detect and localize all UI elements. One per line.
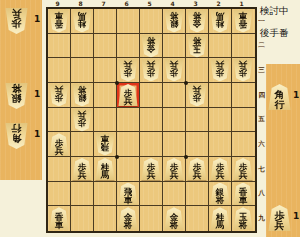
cell-7-5[interactable] — [94, 108, 117, 133]
rank-label-4: 四 — [257, 83, 266, 108]
piece-kanji: 金将 — [170, 213, 179, 230]
cell-7-6[interactable]: 飛車 — [94, 132, 117, 157]
cell-9-1[interactable]: 香車 — [48, 9, 71, 34]
cell-4-4[interactable] — [163, 83, 186, 108]
cell-1-8[interactable]: 香車 — [232, 182, 255, 207]
piece-kanji: 歩兵 — [55, 84, 64, 101]
file-label-8: 8 — [69, 0, 92, 7]
piece-gote-king[interactable]: 玉将 — [187, 35, 207, 58]
cell-8-2[interactable] — [71, 34, 94, 59]
file-label-5: 5 — [138, 0, 161, 7]
piece-gote-gold[interactable]: 金将 — [141, 35, 161, 58]
cell-6-8[interactable]: 飛車 — [117, 182, 140, 207]
cell-7-4[interactable] — [94, 83, 117, 108]
piece-kanji: 歩兵 — [170, 59, 179, 76]
cell-7-1[interactable] — [94, 9, 117, 34]
piece-gote-pawn[interactable]: 歩兵 — [72, 109, 92, 132]
board-grid: 香車桂馬銀将金将桂馬香車金将玉将歩兵歩兵歩兵歩兵歩兵歩兵銀将歩兵歩兵歩兵歩兵飛車… — [48, 9, 255, 231]
cell-3-3[interactable] — [186, 58, 209, 83]
piece-kanji: 桂馬 — [216, 213, 225, 230]
cell-9-9[interactable]: 香車 — [48, 206, 71, 231]
cell-2-4[interactable] — [209, 83, 232, 108]
cell-2-8[interactable]: 銀将 — [209, 182, 232, 207]
piece-kanji: 金将 — [124, 213, 133, 230]
piece-kanji: 歩兵 — [239, 59, 248, 76]
sente-hand-bishop[interactable]: 角行1 — [266, 83, 300, 111]
cell-3-7[interactable]: 歩兵 — [186, 157, 209, 182]
cell-2-9[interactable]: 桂馬 — [209, 206, 232, 231]
piece-gote-pawn[interactable]: 歩兵 — [49, 84, 69, 107]
hand-count: 1 — [34, 89, 40, 99]
file-label-6: 6 — [115, 0, 138, 7]
file-label-4: 4 — [161, 0, 184, 7]
cell-3-8[interactable] — [186, 182, 209, 207]
cell-4-5[interactable] — [163, 108, 186, 133]
cell-6-4[interactable]: 歩兵 — [117, 83, 140, 108]
piece-kanji: 歩兵 — [216, 59, 225, 76]
cell-8-4[interactable]: 銀将 — [71, 83, 94, 108]
piece-kanji: 歩兵 — [239, 163, 248, 180]
piece-kanji: 桂馬 — [78, 10, 87, 27]
cell-5-7[interactable]: 歩兵 — [140, 157, 163, 182]
file-label-1: 1 — [230, 0, 253, 7]
cell-8-5[interactable]: 歩兵 — [71, 108, 94, 133]
piece-kanji: 飛車 — [101, 133, 110, 150]
sente-captured-tray: 角行1歩兵1 — [266, 64, 300, 237]
piece-gote-pawn[interactable]: 歩兵 — [5, 8, 28, 34]
piece-gote-lance[interactable]: 香車 — [233, 10, 253, 33]
cell-3-4[interactable]: 歩兵 — [186, 83, 209, 108]
cell-6-2[interactable] — [117, 34, 140, 59]
cell-8-9[interactable] — [71, 206, 94, 231]
cell-1-1[interactable]: 香車 — [232, 9, 255, 34]
piece-sente-gold[interactable]: 金将 — [118, 207, 138, 230]
cell-9-6[interactable]: 歩兵 — [48, 132, 71, 157]
cell-6-7[interactable] — [117, 157, 140, 182]
cell-4-7[interactable]: 歩兵 — [163, 157, 186, 182]
cell-8-6[interactable] — [71, 132, 94, 157]
piece-sente-pawn[interactable]: 歩兵 — [72, 158, 92, 181]
cell-4-2[interactable] — [163, 34, 186, 59]
piece-gote-pawn[interactable]: 歩兵 — [164, 59, 184, 82]
cell-2-1[interactable]: 桂馬 — [209, 9, 232, 34]
piece-kanji: 飛車 — [124, 188, 133, 205]
rank-label-5: 五 — [257, 108, 266, 133]
cell-8-3[interactable] — [71, 58, 94, 83]
piece-kanji: 香車 — [55, 213, 64, 230]
piece-sente-silver[interactable]: 銀将 — [210, 183, 230, 206]
hoshi-dot — [184, 155, 188, 159]
piece-sente-lance[interactable]: 香車 — [49, 207, 69, 230]
status-turn: 後手番 — [260, 27, 300, 39]
cell-4-3[interactable]: 歩兵 — [163, 58, 186, 83]
cell-1-6[interactable] — [232, 132, 255, 157]
piece-kanji: 香車 — [55, 10, 64, 27]
cell-9-7[interactable] — [48, 157, 71, 182]
hand-count: 1 — [34, 14, 40, 24]
cell-2-3[interactable]: 歩兵 — [209, 58, 232, 83]
cell-2-5[interactable] — [209, 108, 232, 133]
piece-kanji: 歩兵 — [216, 163, 225, 180]
piece-sente-gold[interactable]: 金将 — [164, 207, 184, 230]
cell-2-2[interactable] — [209, 34, 232, 59]
piece-gote-pawn[interactable]: 歩兵 — [233, 59, 253, 82]
cell-1-3[interactable]: 歩兵 — [232, 58, 255, 83]
piece-kanji: 金将 — [147, 35, 156, 52]
cell-5-1[interactable] — [140, 9, 163, 34]
piece-kanji: 桂馬 — [101, 163, 110, 180]
cell-6-9[interactable]: 金将 — [117, 206, 140, 231]
gote-hand-pawn[interactable]: 歩兵1 — [0, 7, 42, 35]
piece-gote-silver[interactable]: 銀将 — [5, 83, 28, 109]
piece-gote-pawn[interactable]: 歩兵 — [118, 59, 138, 82]
piece-kanji: 銀将 — [170, 10, 179, 27]
piece-kanji: 歩兵 — [170, 163, 179, 180]
cell-5-8[interactable] — [140, 182, 163, 207]
file-label-3: 3 — [184, 0, 207, 7]
cell-9-2[interactable] — [48, 34, 71, 59]
cell-4-9[interactable]: 金将 — [163, 206, 186, 231]
piece-sente-rook[interactable]: 飛車 — [118, 183, 138, 206]
cell-6-1[interactable] — [117, 9, 140, 34]
hand-count: 1 — [34, 129, 40, 139]
cell-7-8[interactable] — [94, 182, 117, 207]
piece-kanji: 歩兵 — [275, 211, 285, 231]
hoshi-dot — [184, 81, 188, 85]
file-label-7: 7 — [92, 0, 115, 7]
gote-hand-silver[interactable]: 銀将1 — [0, 82, 42, 110]
hoshi-dot — [115, 81, 119, 85]
cell-3-6[interactable] — [186, 132, 209, 157]
cell-1-5[interactable] — [232, 108, 255, 133]
piece-sente-bishop[interactable]: 角行 — [268, 84, 291, 110]
cell-5-9[interactable] — [140, 206, 163, 231]
gote-captured-tray: 歩兵1銀将1角行1 — [0, 0, 42, 180]
sente-hand-pawn[interactable]: 歩兵1 — [266, 204, 300, 232]
cell-9-5[interactable] — [48, 108, 71, 133]
cell-1-7[interactable]: 歩兵 — [232, 157, 255, 182]
piece-kanji: 歩兵 — [78, 163, 87, 180]
cell-1-2[interactable] — [232, 34, 255, 59]
cell-6-6[interactable] — [117, 132, 140, 157]
cell-3-9[interactable] — [186, 206, 209, 231]
piece-kanji: 銀将 — [78, 84, 87, 101]
cell-4-8[interactable] — [163, 182, 186, 207]
piece-sente-pawn[interactable]: 歩兵 — [233, 158, 253, 181]
piece-sente-pawn[interactable]: 歩兵 — [49, 133, 69, 156]
piece-sente-pawn[interactable]: 歩兵 — [210, 158, 230, 181]
hoshi-dot — [115, 155, 119, 159]
piece-kanji: 玉将 — [239, 213, 248, 230]
piece-kanji: 角行 — [275, 90, 285, 110]
shogi-board: 香車桂馬銀将金将桂馬香車金将玉将歩兵歩兵歩兵歩兵歩兵歩兵銀将歩兵歩兵歩兵歩兵飛車… — [46, 7, 257, 233]
rank-label-7: 七 — [257, 157, 266, 182]
piece-kanji: 歩兵 — [124, 89, 133, 106]
piece-kanji: 歩兵 — [124, 59, 133, 76]
piece-gote-knight[interactable]: 桂馬 — [72, 10, 92, 33]
piece-kanji: 玉将 — [193, 35, 202, 52]
cell-3-1[interactable]: 金将 — [186, 9, 209, 34]
piece-kanji: 銀将 — [216, 188, 225, 205]
piece-gote-pawn[interactable]: 歩兵 — [187, 84, 207, 107]
piece-gote-pawn[interactable]: 歩兵 — [141, 59, 161, 82]
gote-hand-bishop[interactable]: 角行1 — [0, 122, 42, 150]
cell-9-4[interactable]: 歩兵 — [48, 83, 71, 108]
cell-6-3[interactable]: 歩兵 — [117, 58, 140, 83]
cell-9-8[interactable] — [48, 182, 71, 207]
cell-7-9[interactable] — [94, 206, 117, 231]
piece-kanji: 金将 — [193, 10, 202, 27]
file-label-2: 2 — [207, 0, 230, 7]
piece-gote-rook[interactable]: 飛車 — [95, 133, 115, 156]
piece-gote-gold[interactable]: 金将 — [187, 10, 207, 33]
piece-kanji: 角行 — [12, 123, 22, 143]
cell-5-2[interactable]: 金将 — [140, 34, 163, 59]
piece-gote-bishop[interactable]: 角行 — [5, 123, 28, 149]
piece-sente-lance[interactable]: 香車 — [233, 183, 253, 206]
cell-5-6[interactable] — [140, 132, 163, 157]
piece-kanji: 香車 — [239, 10, 248, 27]
cell-2-7[interactable]: 歩兵 — [209, 157, 232, 182]
piece-gote-lance[interactable]: 香車 — [49, 10, 69, 33]
piece-sente-king[interactable]: 玉将 — [233, 207, 253, 230]
cell-1-4[interactable] — [232, 83, 255, 108]
piece-gote-knight[interactable]: 桂馬 — [210, 10, 230, 33]
cell-3-5[interactable] — [186, 108, 209, 133]
hand-count: 1 — [293, 90, 299, 100]
cell-7-2[interactable] — [94, 34, 117, 59]
cell-8-7[interactable]: 歩兵 — [71, 157, 94, 182]
rank-label-9: 九 — [257, 206, 266, 231]
piece-kanji: 香車 — [239, 188, 248, 205]
piece-kanji: 銀将 — [12, 83, 22, 103]
piece-kanji: 歩兵 — [147, 59, 156, 76]
rank-label-8: 八 — [257, 182, 266, 207]
piece-kanji: 歩兵 — [193, 163, 202, 180]
cell-5-5[interactable] — [140, 108, 163, 133]
piece-sente-knight[interactable]: 桂馬 — [210, 207, 230, 230]
piece-kanji: 歩兵 — [78, 109, 87, 126]
file-labels: 987654321 — [46, 0, 253, 7]
cell-3-2[interactable]: 玉将 — [186, 34, 209, 59]
rank-label-6: 六 — [257, 132, 266, 157]
piece-gote-silver[interactable]: 銀将 — [72, 84, 92, 107]
piece-kanji: 歩兵 — [55, 139, 64, 156]
cell-4-6[interactable] — [163, 132, 186, 157]
rank-labels: 一二三四五六七八九 — [257, 9, 266, 231]
cell-5-3[interactable]: 歩兵 — [140, 58, 163, 83]
piece-sente-pawn[interactable]: 歩兵 — [164, 158, 184, 181]
cell-1-9[interactable]: 玉将 — [232, 206, 255, 231]
hand-count: 1 — [293, 211, 299, 221]
file-label-9: 9 — [46, 0, 69, 7]
app-background: { "game": "shogi", "status": { "analyzin… — [0, 0, 300, 237]
piece-kanji: 歩兵 — [193, 84, 202, 101]
rank-label-3: 三 — [257, 58, 266, 83]
cell-8-8[interactable] — [71, 182, 94, 207]
piece-sente-pawn[interactable]: 歩兵 — [268, 205, 291, 231]
piece-kanji: 桂馬 — [216, 10, 225, 27]
status-panel: 検討中 後手番 — [260, 5, 300, 39]
cell-7-3[interactable] — [94, 58, 117, 83]
cell-7-7[interactable]: 桂馬 — [94, 157, 117, 182]
cell-6-5[interactable] — [117, 108, 140, 133]
piece-kanji: 歩兵 — [147, 163, 156, 180]
piece-gote-pawn[interactable]: 歩兵 — [210, 59, 230, 82]
cell-2-6[interactable] — [209, 132, 232, 157]
piece-sente-pawn[interactable]: 歩兵 — [187, 158, 207, 181]
piece-sente-pawn[interactable]: 歩兵 — [118, 84, 138, 107]
piece-kanji: 歩兵 — [12, 8, 22, 28]
piece-sente-knight[interactable]: 桂馬 — [95, 158, 115, 181]
cell-9-3[interactable] — [48, 58, 71, 83]
cell-8-1[interactable]: 桂馬 — [71, 9, 94, 34]
cell-4-1[interactable]: 銀将 — [163, 9, 186, 34]
piece-gote-silver[interactable]: 銀将 — [164, 10, 184, 33]
piece-sente-pawn[interactable]: 歩兵 — [141, 158, 161, 181]
cell-5-4[interactable] — [140, 83, 163, 108]
status-analyzing: 検討中 — [260, 5, 300, 17]
